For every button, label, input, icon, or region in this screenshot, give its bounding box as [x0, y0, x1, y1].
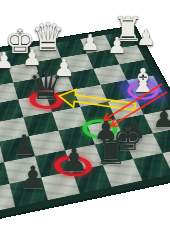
chess-3d-scene: ♚♛♜♟♟♟♟♟♟♝♛♟♟♟♚♜♟♟♟ [0, 0, 170, 230]
board-perspective-wrapper [0, 0, 170, 230]
chess-board[interactable] [0, 26, 170, 230]
